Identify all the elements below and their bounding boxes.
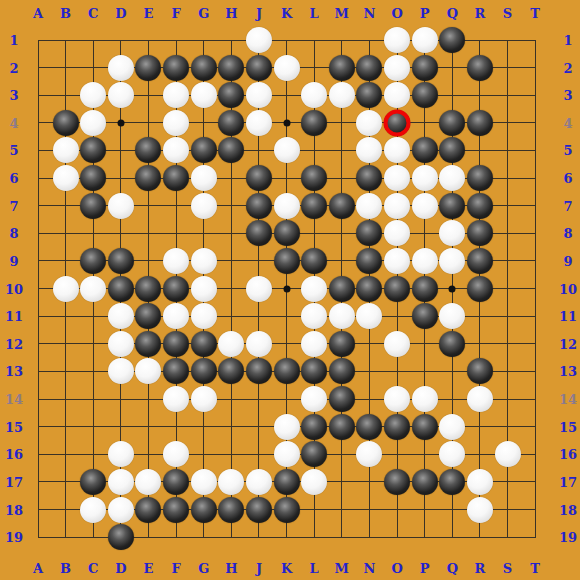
black-stone-L16[interactable] [301,441,327,467]
white-stone-H17[interactable] [218,469,244,495]
black-stone-G13[interactable] [191,358,217,384]
column-label-top: R [475,6,486,21]
white-stone-G9[interactable] [191,248,217,274]
black-stone-F18[interactable] [163,497,189,523]
column-label-top: K [281,6,292,21]
black-stone-H2[interactable] [218,55,244,81]
star-point [449,285,456,292]
row-label-right: 1 [563,33,572,48]
row-label-right: 11 [559,309,577,324]
white-stone-H12[interactable] [218,331,244,357]
white-stone-P9[interactable] [412,248,438,274]
black-stone-K8[interactable] [274,220,300,246]
row-label-left: 15 [5,419,23,434]
column-label-bottom: G [198,561,209,576]
row-label-left: 11 [5,309,23,324]
column-label-top: Q [447,6,458,21]
white-stone-O3[interactable] [384,82,410,108]
black-stone-C6[interactable] [80,165,106,191]
go-board[interactable]: AA11BB22CC33DD44EE55FF66GG77HH88JJ99KK10… [0,0,580,580]
row-label-right: 7 [563,198,572,213]
white-stone-Q9[interactable] [439,248,465,274]
black-stone-Q12[interactable] [439,331,465,357]
white-stone-L17[interactable] [301,469,327,495]
white-stone-G6[interactable] [191,165,217,191]
black-stone-E5[interactable] [135,137,161,163]
black-stone-H13[interactable] [218,358,244,384]
column-label-bottom: O [391,561,402,576]
row-label-left: 7 [9,198,18,213]
black-stone-F12[interactable] [163,331,189,357]
black-stone-R8[interactable] [467,220,493,246]
white-stone-Q16[interactable] [439,441,465,467]
column-label-bottom: K [281,561,292,576]
white-stone-N5[interactable] [356,137,382,163]
white-stone-G10[interactable] [191,276,217,302]
white-stone-B6[interactable] [53,165,79,191]
black-stone-Q5[interactable] [439,137,465,163]
black-stone-C9[interactable] [80,248,106,274]
black-stone-H3[interactable] [218,82,244,108]
white-stone-F16[interactable] [163,441,189,467]
column-label-bottom: A [33,561,43,576]
black-stone-D19[interactable] [108,524,134,550]
black-stone-N10[interactable] [356,276,382,302]
column-label-bottom: F [171,561,180,576]
row-label-right: 6 [563,171,572,186]
black-stone-F6[interactable] [163,165,189,191]
column-label-top: A [33,6,43,21]
black-stone-R2[interactable] [467,55,493,81]
black-stone-C17[interactable] [80,469,106,495]
white-stone-F5[interactable] [163,137,189,163]
black-stone-C5[interactable] [80,137,106,163]
black-stone-P15[interactable] [412,414,438,440]
row-label-right: 8 [563,226,572,241]
white-stone-N7[interactable] [356,193,382,219]
black-stone-M14[interactable] [329,386,355,412]
white-stone-D12[interactable] [108,331,134,357]
black-stone-Q17[interactable] [439,469,465,495]
black-stone-M2[interactable] [329,55,355,81]
black-stone-C7[interactable] [80,193,106,219]
black-stone-P11[interactable] [412,303,438,329]
black-stone-J13[interactable] [246,358,272,384]
white-stone-L14[interactable] [301,386,327,412]
column-label-top: E [144,6,154,21]
white-stone-B5[interactable] [53,137,79,163]
white-stone-O7[interactable] [384,193,410,219]
black-stone-B4[interactable] [53,110,79,136]
white-stone-J3[interactable] [246,82,272,108]
black-stone-K17[interactable] [274,469,300,495]
column-label-top: C [88,6,98,21]
black-stone-G2[interactable] [191,55,217,81]
white-stone-K7[interactable] [274,193,300,219]
white-stone-L11[interactable] [301,303,327,329]
white-stone-C4[interactable] [80,110,106,136]
black-stone-O10[interactable] [384,276,410,302]
white-stone-P7[interactable] [412,193,438,219]
white-stone-G14[interactable] [191,386,217,412]
white-stone-Q8[interactable] [439,220,465,246]
row-label-right: 10 [559,281,577,296]
black-stone-M13[interactable] [329,358,355,384]
black-stone-H18[interactable] [218,497,244,523]
white-stone-F4[interactable] [163,110,189,136]
row-label-right: 15 [559,419,577,434]
column-label-bottom: D [115,561,126,576]
black-stone-L9[interactable] [301,248,327,274]
white-stone-O6[interactable] [384,165,410,191]
row-label-right: 2 [563,60,572,75]
black-stone-K18[interactable] [274,497,300,523]
column-label-top: M [335,6,349,21]
black-stone-J2[interactable] [246,55,272,81]
white-stone-G17[interactable] [191,469,217,495]
black-stone-G18[interactable] [191,497,217,523]
black-stone-Q1[interactable] [439,27,465,53]
white-stone-L3[interactable] [301,82,327,108]
row-label-left: 2 [9,60,18,75]
white-stone-P1[interactable] [412,27,438,53]
white-stone-Q6[interactable] [439,165,465,191]
black-stone-G5[interactable] [191,137,217,163]
white-stone-C10[interactable] [80,276,106,302]
black-stone-F13[interactable] [163,358,189,384]
black-stone-J6[interactable] [246,165,272,191]
black-stone-L7[interactable] [301,193,327,219]
black-stone-O15[interactable] [384,414,410,440]
white-stone-O9[interactable] [384,248,410,274]
column-label-bottom: N [363,561,375,576]
white-stone-N16[interactable] [356,441,382,467]
white-stone-D18[interactable] [108,497,134,523]
black-stone-D9[interactable] [108,248,134,274]
black-stone-R13[interactable] [467,358,493,384]
row-label-left: 1 [9,33,18,48]
black-stone-G12[interactable] [191,331,217,357]
black-stone-K9[interactable] [274,248,300,274]
last-move-marker [384,109,411,136]
row-label-left: 16 [5,447,23,462]
grid-line-vertical [38,40,39,538]
row-label-left: 12 [5,336,23,351]
black-stone-N6[interactable] [356,165,382,191]
white-stone-D11[interactable] [108,303,134,329]
black-stone-P3[interactable] [412,82,438,108]
black-stone-E6[interactable] [135,165,161,191]
white-stone-R14[interactable] [467,386,493,412]
white-stone-D3[interactable] [108,82,134,108]
column-label-bottom: P [420,561,430,576]
white-stone-O5[interactable] [384,137,410,163]
black-stone-R9[interactable] [467,248,493,274]
black-stone-M10[interactable] [329,276,355,302]
white-stone-J1[interactable] [246,27,272,53]
black-stone-P2[interactable] [412,55,438,81]
white-stone-D17[interactable] [108,469,134,495]
black-stone-J18[interactable] [246,497,272,523]
row-label-right: 19 [559,530,577,545]
row-label-left: 17 [5,474,23,489]
row-label-left: 6 [9,171,18,186]
black-stone-K13[interactable] [274,358,300,384]
row-label-left: 3 [9,88,18,103]
white-stone-G3[interactable] [191,82,217,108]
black-stone-P17[interactable] [412,469,438,495]
white-stone-E17[interactable] [135,469,161,495]
white-stone-F3[interactable] [163,82,189,108]
white-stone-R18[interactable] [467,497,493,523]
black-stone-Q7[interactable] [439,193,465,219]
black-stone-Q4[interactable] [439,110,465,136]
black-stone-L15[interactable] [301,414,327,440]
white-stone-F11[interactable] [163,303,189,329]
white-stone-G11[interactable] [191,303,217,329]
white-stone-P14[interactable] [412,386,438,412]
black-stone-N3[interactable] [356,82,382,108]
star-point [283,119,290,126]
white-stone-B10[interactable] [53,276,79,302]
white-stone-Q11[interactable] [439,303,465,329]
white-stone-P6[interactable] [412,165,438,191]
grid-line-horizontal [38,399,536,400]
black-stone-R4[interactable] [467,110,493,136]
column-label-bottom: R [475,561,486,576]
column-label-top: F [171,6,180,21]
column-label-bottom: L [310,561,319,576]
white-stone-J12[interactable] [246,331,272,357]
row-label-right: 3 [563,88,572,103]
black-stone-P5[interactable] [412,137,438,163]
black-stone-F2[interactable] [163,55,189,81]
white-stone-S16[interactable] [495,441,521,467]
row-label-right: 18 [559,502,577,517]
row-label-right: 4 [563,115,572,130]
black-stone-H5[interactable] [218,137,244,163]
column-label-top: N [363,6,375,21]
white-stone-J10[interactable] [246,276,272,302]
white-stone-J4[interactable] [246,110,272,136]
column-label-top: H [225,6,237,21]
column-label-top: O [391,6,402,21]
row-label-left: 19 [5,530,23,545]
row-label-left: 5 [9,143,18,158]
black-stone-E18[interactable] [135,497,161,523]
white-stone-J17[interactable] [246,469,272,495]
black-stone-R7[interactable] [467,193,493,219]
row-label-left: 14 [5,392,23,407]
white-stone-M11[interactable] [329,303,355,329]
row-label-left: 8 [9,226,18,241]
black-stone-E11[interactable] [135,303,161,329]
black-stone-L13[interactable] [301,358,327,384]
white-stone-N4[interactable] [356,110,382,136]
white-stone-M3[interactable] [329,82,355,108]
white-stone-G7[interactable] [191,193,217,219]
white-stone-F14[interactable] [163,386,189,412]
white-stone-D2[interactable] [108,55,134,81]
star-point [283,285,290,292]
row-label-left: 10 [5,281,23,296]
column-label-bottom: H [225,561,237,576]
row-label-left: 13 [5,364,23,379]
column-label-top: P [420,6,430,21]
black-stone-J8[interactable] [246,220,272,246]
white-stone-D13[interactable] [108,358,134,384]
white-stone-C18[interactable] [80,497,106,523]
white-stone-K16[interactable] [274,441,300,467]
column-label-top: S [503,6,512,21]
black-stone-P10[interactable] [412,276,438,302]
white-stone-O2[interactable] [384,55,410,81]
black-stone-E10[interactable] [135,276,161,302]
column-label-bottom: C [88,561,98,576]
column-label-top: J [256,6,262,21]
white-stone-O8[interactable] [384,220,410,246]
black-stone-M12[interactable] [329,331,355,357]
row-label-right: 5 [563,143,572,158]
row-label-right: 16 [559,447,577,462]
black-stone-J7[interactable] [246,193,272,219]
white-stone-R17[interactable] [467,469,493,495]
column-label-bottom: E [144,561,154,576]
white-stone-E13[interactable] [135,358,161,384]
white-stone-K2[interactable] [274,55,300,81]
column-label-bottom: J [256,561,262,576]
row-label-left: 4 [9,115,18,130]
black-stone-R10[interactable] [467,276,493,302]
black-stone-N8[interactable] [356,220,382,246]
white-stone-D16[interactable] [108,441,134,467]
row-label-right: 17 [559,474,577,489]
column-label-top: L [310,6,319,21]
black-stone-N9[interactable] [356,248,382,274]
column-label-bottom: T [530,561,540,576]
black-stone-H4[interactable] [218,110,244,136]
row-label-right: 12 [559,336,577,351]
column-label-top: B [60,6,71,21]
white-stone-F9[interactable] [163,248,189,274]
white-stone-O14[interactable] [384,386,410,412]
white-stone-N11[interactable] [356,303,382,329]
black-stone-O17[interactable] [384,469,410,495]
column-label-bottom: M [335,561,349,576]
column-label-bottom: B [60,561,71,576]
white-stone-Q15[interactable] [439,414,465,440]
column-label-bottom: S [503,561,512,576]
column-label-top: T [530,6,540,21]
white-stone-D7[interactable] [108,193,134,219]
column-label-top: D [115,6,126,21]
black-stone-F17[interactable] [163,469,189,495]
black-stone-R6[interactable] [467,165,493,191]
row-label-left: 9 [9,253,18,268]
column-label-top: G [198,6,209,21]
black-stone-N2[interactable] [356,55,382,81]
white-stone-K5[interactable] [274,137,300,163]
black-stone-F10[interactable] [163,276,189,302]
black-stone-D10[interactable] [108,276,134,302]
grid-line-vertical [535,40,536,538]
row-label-right: 9 [563,253,572,268]
row-label-right: 14 [559,392,577,407]
white-stone-O1[interactable] [384,27,410,53]
black-stone-E12[interactable] [135,331,161,357]
row-label-left: 18 [5,502,23,517]
column-label-bottom: Q [447,561,458,576]
white-stone-K15[interactable] [274,414,300,440]
black-stone-M15[interactable] [329,414,355,440]
black-stone-N15[interactable] [356,414,382,440]
row-label-right: 13 [559,364,577,379]
black-stone-E2[interactable] [135,55,161,81]
white-stone-C3[interactable] [80,82,106,108]
white-stone-O12[interactable] [384,331,410,357]
star-point [117,119,124,126]
white-stone-L10[interactable] [301,276,327,302]
black-stone-M7[interactable] [329,193,355,219]
black-stone-L6[interactable] [301,165,327,191]
black-stone-L4[interactable] [301,110,327,136]
white-stone-L12[interactable] [301,331,327,357]
